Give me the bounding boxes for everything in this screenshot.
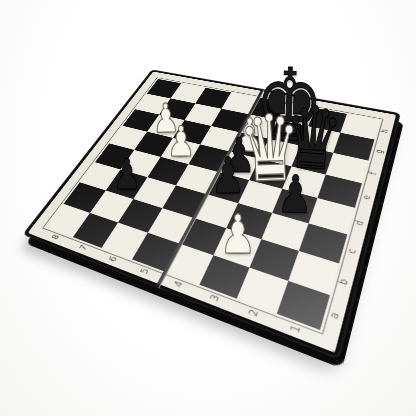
piece-black-pawn-c7: ♟ xyxy=(113,154,142,196)
piece-white-pawn-b3: ♟ xyxy=(220,208,257,262)
piece-black-pawn-d4: ♟ xyxy=(211,151,245,201)
product-photo-stage: 87654321abcdefgh ♟♟♟♟♟♛♟♟♟♚♛ xyxy=(0,0,416,416)
piece-white-pawn-e6: ♟ xyxy=(167,121,196,163)
piece-black-pawn-d2: ♟ xyxy=(276,168,313,221)
